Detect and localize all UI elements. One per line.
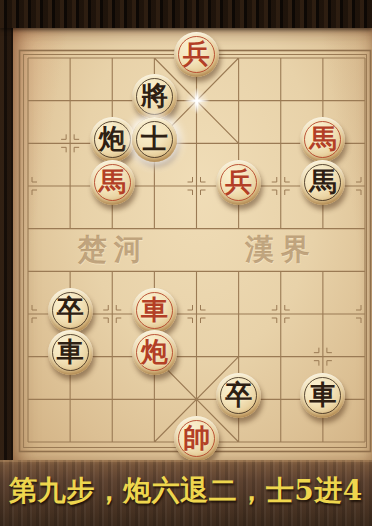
piece-ring bbox=[52, 292, 89, 329]
piece-black-馬[interactable]: 馬 bbox=[300, 160, 345, 205]
piece-black-炮[interactable]: 炮 bbox=[90, 117, 135, 162]
piece-glyph: 士 bbox=[141, 125, 168, 152]
piece-black-卒[interactable]: 卒 bbox=[216, 373, 261, 418]
piece-ring bbox=[178, 36, 215, 73]
piece-ring bbox=[304, 377, 341, 414]
app-screen: 楚河 漢界 兵將炮士馬馬兵馬卒車車炮卒車帥 第九步，炮六退二，士5进4 bbox=[0, 0, 372, 526]
piece-glyph: 卒 bbox=[57, 296, 84, 323]
piece-glyph: 將 bbox=[141, 82, 168, 109]
piece-red-兵[interactable]: 兵 bbox=[216, 160, 261, 205]
piece-glyph: 炮 bbox=[99, 125, 126, 152]
piece-red-炮[interactable]: 炮 bbox=[132, 330, 177, 375]
piece-ring bbox=[52, 334, 89, 371]
piece-glyph: 帥 bbox=[183, 424, 210, 451]
piece-black-車[interactable]: 車 bbox=[48, 330, 93, 375]
move-caption-text: 第九步，炮六退二，士5进4 bbox=[0, 472, 372, 510]
piece-glyph: 兵 bbox=[225, 168, 252, 195]
piece-glyph: 馬 bbox=[99, 168, 126, 195]
piece-black-士[interactable]: 士 bbox=[132, 117, 177, 162]
piece-black-車[interactable]: 車 bbox=[300, 373, 345, 418]
pieces-layer: 兵將炮士馬馬兵馬卒車車炮卒車帥 bbox=[0, 0, 372, 526]
piece-glyph: 炮 bbox=[141, 338, 168, 365]
piece-ring bbox=[220, 377, 257, 414]
piece-glyph: 兵 bbox=[183, 40, 210, 67]
move-caption-bar: 第九步，炮六退二，士5进4 bbox=[0, 460, 372, 526]
piece-ring bbox=[220, 164, 257, 201]
piece-glyph: 馬 bbox=[309, 125, 336, 152]
piece-red-車[interactable]: 車 bbox=[132, 288, 177, 333]
piece-glyph: 馬 bbox=[309, 168, 336, 195]
piece-ring bbox=[94, 121, 131, 158]
piece-glyph: 車 bbox=[309, 381, 336, 408]
piece-ring bbox=[136, 78, 173, 115]
piece-red-馬[interactable]: 馬 bbox=[90, 160, 135, 205]
piece-ring bbox=[94, 164, 131, 201]
piece-ring bbox=[304, 121, 341, 158]
piece-red-兵[interactable]: 兵 bbox=[174, 32, 219, 77]
piece-ring bbox=[136, 292, 173, 329]
piece-ring bbox=[304, 164, 341, 201]
piece-glyph: 卒 bbox=[225, 381, 252, 408]
piece-ring bbox=[178, 420, 215, 457]
piece-black-卒[interactable]: 卒 bbox=[48, 288, 93, 333]
piece-red-馬[interactable]: 馬 bbox=[300, 117, 345, 162]
piece-ring bbox=[136, 121, 173, 158]
piece-red-帥[interactable]: 帥 bbox=[174, 416, 219, 461]
piece-glyph: 車 bbox=[57, 338, 84, 365]
piece-ring bbox=[136, 334, 173, 371]
piece-glyph: 車 bbox=[141, 296, 168, 323]
piece-black-將[interactable]: 將 bbox=[132, 74, 177, 119]
